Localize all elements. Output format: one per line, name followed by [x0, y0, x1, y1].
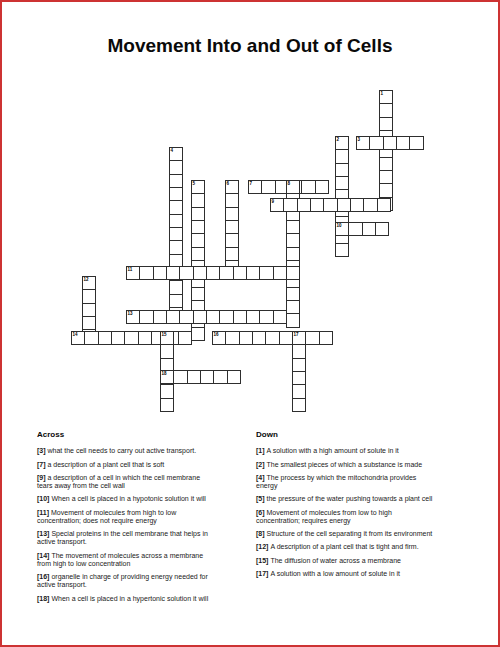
clue-item-8-down: [8] Structure of the cell separating it … [256, 530, 488, 538]
clue-item-3-across: [3] what the cell needs to carry out act… [37, 447, 252, 455]
grid-cell [233, 266, 247, 280]
clue-item-6-down: [6] Movement of molecules from low to hi… [256, 509, 488, 526]
grid-cell [225, 233, 239, 247]
grid-cell [82, 289, 96, 303]
clue-number-label: [5] [256, 495, 267, 502]
clue-number-12: 12 [84, 278, 89, 283]
clue-number-13: 13 [128, 312, 133, 317]
grid-cell [279, 331, 293, 345]
grid-cell [219, 310, 233, 324]
grid-cell [191, 193, 205, 207]
grid-cell [166, 266, 180, 280]
clue-number-11: 11 [128, 268, 133, 273]
grid-cell [337, 198, 351, 212]
grid-cell [169, 280, 183, 294]
grid-cell [225, 220, 239, 234]
grid-cell [191, 233, 205, 247]
grid-cell [139, 266, 153, 280]
grid-cell [283, 198, 297, 212]
grid-cell [292, 371, 306, 385]
grid-cell [323, 198, 337, 212]
grid-cell [169, 174, 183, 188]
grid-cell [169, 227, 183, 241]
grid-cell [82, 316, 96, 330]
clue-number-6: 6 [227, 182, 230, 187]
clue-number-label: [3] [37, 447, 48, 454]
grid-cell [379, 103, 393, 117]
grid-cell [252, 331, 266, 345]
grid-cell [179, 310, 193, 324]
clue-number-label: [15] [256, 557, 270, 564]
grid-cell [292, 384, 306, 398]
grid-cell [369, 136, 383, 150]
grid-cell [206, 266, 220, 280]
grid-cell [246, 310, 260, 324]
grid-cell [82, 303, 96, 317]
clue-number-label: [13] [37, 530, 51, 537]
grid-cell [315, 180, 329, 194]
clue-item-1-down: [1] A solution with a high amount of sol… [256, 447, 488, 455]
clue-number-4: 4 [171, 149, 174, 154]
grid-cell [286, 300, 300, 314]
clues-across-list: [3] what the cell needs to carry out act… [37, 447, 252, 603]
across-header: Across [37, 430, 252, 439]
clue-item-7-across: [7] a description of a plant cell that i… [37, 461, 252, 469]
clue-number-label: [16] [37, 573, 51, 580]
grid-cell [348, 222, 362, 236]
clue-number-label: [10] [37, 495, 51, 502]
clue-number-7: 7 [250, 182, 253, 187]
grid-cell [297, 198, 311, 212]
grid-cell [169, 214, 183, 228]
clue-number-label: [1] [256, 447, 267, 454]
clue-number-label: [12] [256, 543, 270, 550]
grid-cell [206, 310, 220, 324]
clue-item-2-down: [2] The smallest pieces of which a subst… [256, 461, 488, 469]
grid-cell [191, 327, 205, 341]
grid-cell [273, 266, 287, 280]
grid-cell [286, 233, 300, 247]
grid-cell [259, 310, 273, 324]
grid-cell [169, 294, 183, 308]
grid-cell [173, 370, 187, 384]
grid-cell [375, 222, 389, 236]
grid-cell [169, 160, 183, 174]
grid-cell [166, 310, 180, 324]
clue-number-14: 14 [73, 333, 78, 338]
grid-cell [111, 331, 125, 345]
grid-cell [335, 243, 349, 257]
clue-item-12-down: [12] A description of a plant cell that … [256, 543, 488, 551]
down-header: Down [256, 430, 488, 439]
grid-cell [273, 310, 287, 324]
grid-cell [261, 180, 275, 194]
clue-number-label: [9] [37, 474, 48, 481]
grid-cell [396, 136, 410, 150]
grid-cell [169, 200, 183, 214]
grid-cell [233, 310, 247, 324]
clue-item-16-across: [16] organelle in charge of providing en… [37, 573, 252, 590]
clue-number-label: [14] [37, 552, 51, 559]
grid-cell [350, 198, 364, 212]
clue-number-label: [4] [256, 474, 267, 481]
grid-cell [191, 207, 205, 221]
clue-number-10: 10 [337, 224, 342, 229]
clue-item-10-across: [10] When a cell is placed in a hypotoni… [37, 495, 252, 503]
grid-cell [169, 240, 183, 254]
grid-cell [363, 198, 377, 212]
clue-item-4-down: [4] The process by which the mitochondri… [256, 474, 488, 491]
grid-cell [187, 370, 201, 384]
grid-cell [379, 183, 393, 197]
grid-cell [191, 247, 205, 261]
grid-cell [310, 198, 324, 212]
clue-item-15-down: [15] The diffusion of water across a mem… [256, 557, 488, 565]
grid-cell [160, 384, 174, 398]
grid-cell [225, 331, 239, 345]
across-clues-section: Across [3] what the cell needs to carry … [37, 430, 252, 608]
grid-cell [225, 247, 239, 261]
clue-item-17-down: [17] A solution with a low amount of sol… [256, 570, 488, 578]
grid-cell [383, 136, 397, 150]
grid-cell [169, 187, 183, 201]
grid-cell [124, 331, 138, 345]
clue-item-11-across: [11] Movement of molecules from high to … [37, 509, 252, 526]
grid-cell [409, 136, 423, 150]
grid-cell [292, 358, 306, 372]
grid-cell [239, 331, 253, 345]
clue-item-13-across: [13] Special proteins in the cell membra… [37, 530, 252, 547]
grid-cell [160, 344, 174, 358]
grid-cell [193, 266, 207, 280]
grid-cell [138, 331, 152, 345]
grid-cell [319, 331, 333, 345]
grid-cell [84, 331, 98, 345]
grid-cell [213, 370, 227, 384]
grid-cell [178, 331, 192, 345]
grid-cell [286, 220, 300, 234]
clue-item-18-across: [18] When a cell is placed in a hyperton… [37, 595, 252, 603]
clue-number-label: [2] [256, 461, 267, 468]
clue-item-9-across: [9] a description of a cell in which the… [37, 474, 252, 491]
grid-cell [246, 266, 260, 280]
grid-cell [153, 310, 167, 324]
grid-cell [191, 220, 205, 234]
grid-cell [377, 198, 391, 212]
crossword-page: Movement Into and Out of Cells 123456789… [0, 0, 500, 647]
clue-number-3: 3 [358, 138, 361, 143]
grid-cell [362, 222, 376, 236]
grid-cell [139, 310, 153, 324]
clue-number-label: [18] [37, 595, 51, 602]
grid-cell [200, 370, 214, 384]
grid-cell [335, 163, 349, 177]
grid-cell [286, 266, 300, 280]
clue-number-5: 5 [193, 182, 196, 187]
clue-number-label: [6] [256, 509, 267, 516]
grid-cell [292, 344, 306, 358]
clue-item-5-down: [5] the pressure of the water pushing to… [256, 495, 488, 503]
clue-number-label: [7] [37, 461, 48, 468]
grid-cell [259, 266, 273, 280]
clues-down-list: [1] A solution with a high amount of sol… [256, 447, 488, 578]
grid-cell [305, 331, 319, 345]
grid-cell [160, 398, 174, 412]
clue-number-label: [17] [256, 570, 270, 577]
grid-cell [301, 180, 315, 194]
grid-cell [98, 331, 112, 345]
grid-cell [225, 193, 239, 207]
grid-cell [335, 176, 349, 190]
clue-number-1: 1 [381, 92, 384, 97]
grid-cell [292, 398, 306, 412]
clue-number-9: 9 [272, 200, 275, 205]
grid-cell [225, 207, 239, 221]
clue-number-15: 15 [162, 333, 167, 338]
grid-cell [379, 117, 393, 131]
clue-number-2: 2 [337, 138, 340, 143]
clue-number-8: 8 [288, 182, 291, 187]
grid-cell [227, 370, 241, 384]
grid-cell [193, 310, 207, 324]
clue-number-label: [11] [37, 509, 51, 516]
grid-cell [265, 331, 279, 345]
grid-cell [379, 157, 393, 171]
grid-cell [191, 287, 205, 301]
grid-cell [286, 313, 300, 327]
grid-cell [335, 149, 349, 163]
clue-number-label: [8] [256, 530, 267, 537]
clue-number-17: 17 [294, 333, 299, 338]
clue-number-18: 18 [162, 372, 167, 377]
clue-number-16: 16 [214, 333, 219, 338]
down-clues-section: Down [1] A solution with a high amount o… [256, 430, 488, 583]
grid-cell [219, 266, 233, 280]
grid-cell [379, 170, 393, 184]
grid-cell [153, 266, 167, 280]
grid-cell [179, 266, 193, 280]
grid-cell [286, 247, 300, 261]
clue-item-14-across: [14] The movement of molecules across a … [37, 552, 252, 569]
grid-cell [286, 287, 300, 301]
